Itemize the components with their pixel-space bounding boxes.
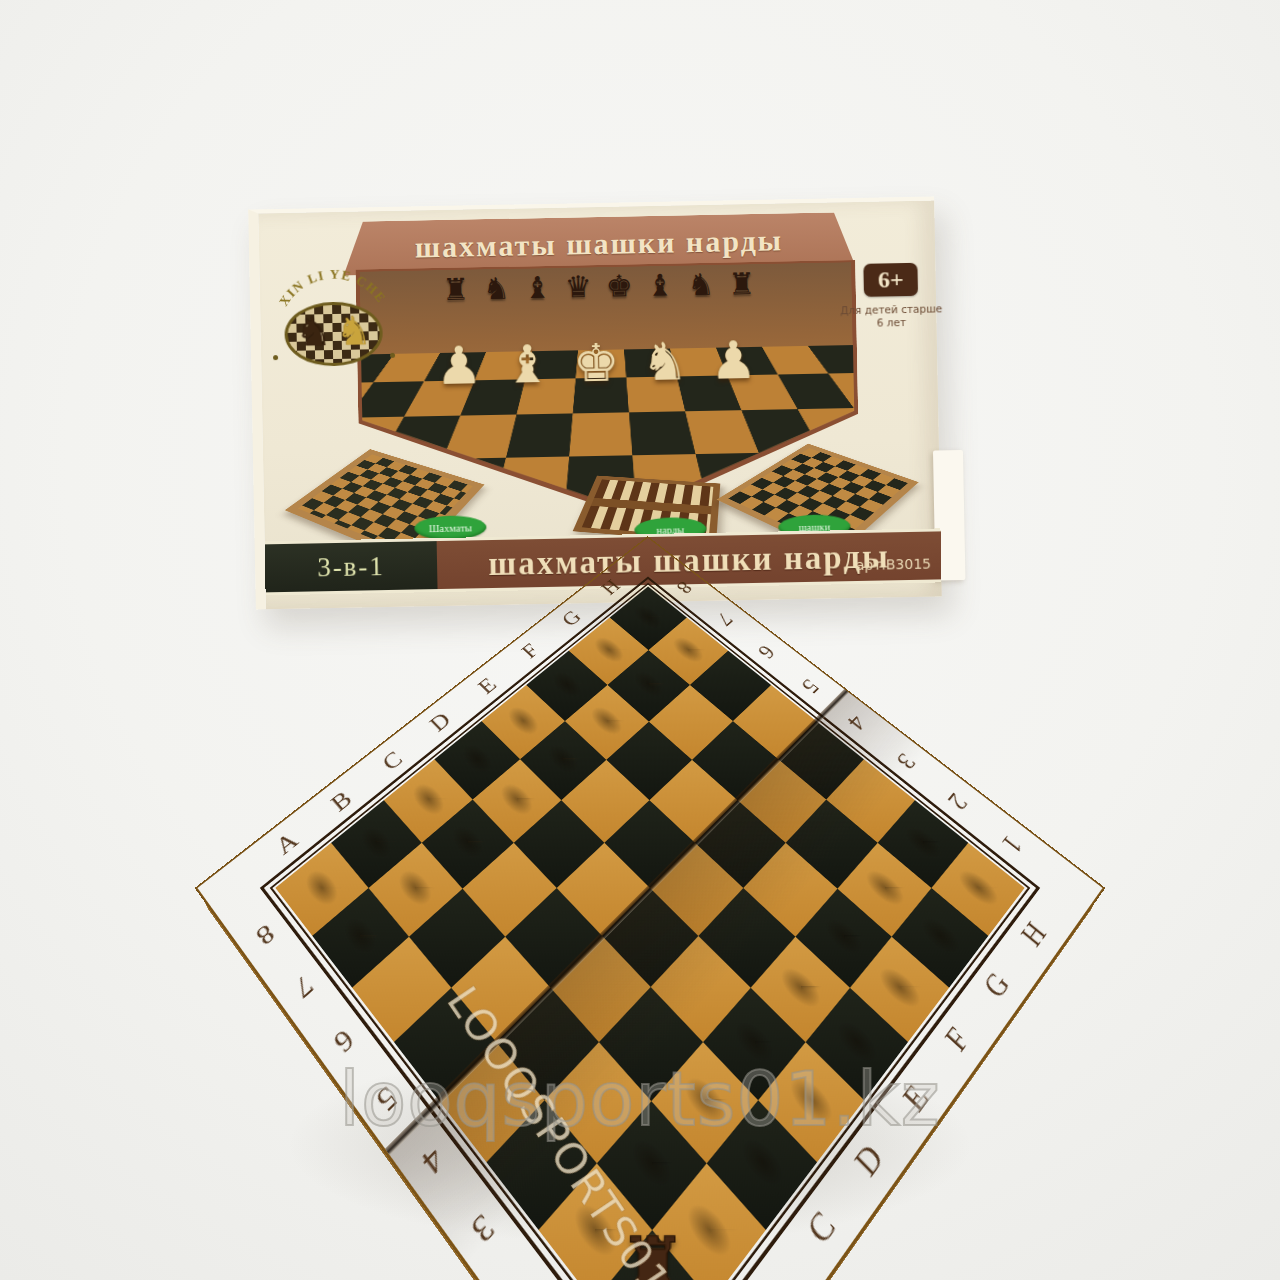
dark-pawn-g2: ♟ [861, 838, 908, 890]
light-pawn-d7: ♟ [495, 753, 539, 802]
light-pawn-a7: ♟ [336, 885, 384, 939]
dark-pawn-a2: ♟ [567, 1169, 624, 1232]
light-pawn-c7: ♟ [445, 794, 490, 845]
light-pawn-f7: ♟ [586, 676, 628, 723]
dark-rook-a1: ♜ [617, 1228, 687, 1280]
piece-layer: ♜♞♝♚♛♝♞♜♟♟♟♟♟♟♟♟♟♟♟♟♟♟♟♟♜♞♝♚♛♝♞♜ [197, 538, 1102, 1280]
light-pawn-h7: ♟ [668, 608, 708, 652]
light-pawn-b7: ♟ [392, 838, 439, 890]
dark-pawn-f2: ♟ [820, 885, 868, 939]
product-photo-stage: шахматы шашки нарды ♜♞♝♛♚♝♞♜ ♟♝♚♞♟ XIN L… [0, 0, 1280, 1280]
board-scene: 87654321 87654321 HGFEDCBA HGFEDCBA ♜♞♝♚… [0, 0, 1280, 1280]
chessboard: 87654321 87654321 HGFEDCBA HGFEDCBA ♜♞♝♚… [197, 538, 1102, 1280]
light-pawn-g7: ♟ [628, 641, 669, 686]
light-pawn-e7: ♟ [542, 713, 585, 761]
